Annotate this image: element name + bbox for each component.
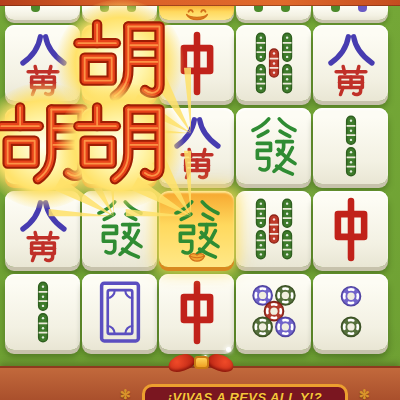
tile-glyph-2sou [322,111,380,181]
tile-r0-c4-edge[interactable] [313,5,388,22]
tile-r4-c4-2pin[interactable] [313,274,388,354]
tile-glyph-8man [14,28,72,98]
tile-glyph-haku [91,277,149,347]
tile-glyph-5sou [245,28,303,98]
tile-glyph-5pin [245,277,303,347]
tile-glyph-8man [168,111,226,181]
smiley-mouth-icon [187,251,206,263]
top-bar-edge [0,0,400,6]
tile-r4-c2-zhong[interactable] [159,274,234,354]
tile-face [236,5,311,20]
tile-r0-c3-edge[interactable] [236,5,311,22]
tile-glyph-zhong [322,194,380,264]
tile-glyph-8man [322,28,380,98]
tile-r3-c0-8man[interactable] [5,191,80,271]
promo-banner: ¡VIVAS A REVS ALL Y!? [142,384,348,400]
tile-r2-c1-hu[interactable] [82,108,157,188]
tile-face [82,5,157,20]
smiley-face-icon [181,7,213,24]
ribbon-bow-decoration [168,352,234,374]
tile-r4-c1-haku[interactable] [82,274,157,354]
tile-r3-c4-zhong[interactable] [313,191,388,271]
tile-r3-c1-fa[interactable] [82,191,157,271]
tile-glyph-fa [91,194,149,264]
tile-r2-c0-hu[interactable] [5,108,80,188]
bow-right-loop [205,352,235,375]
tile-r2-c4-2sou[interactable] [313,108,388,188]
tile-r3-c2-fa-gold[interactable] [159,191,234,271]
tile-glyph-zhong [168,277,226,347]
tile-glyph-2sou [14,277,72,347]
cutoff-glyph-fragment [31,6,40,12]
mahjong-game-screen: { "game": "mahjong-solitaire-triple-matc… [0,0,400,400]
tile-r4-c0-2sou[interactable] [5,274,80,354]
bow-left-loop [166,352,196,375]
tile-r1-c3-5sou[interactable] [236,25,311,105]
mahjong-board [5,5,388,354]
tile-r1-c4-8man[interactable] [313,25,388,105]
tile-r1-c2-zhong[interactable] [159,25,234,105]
flourish-icon: ✻ [120,387,131,400]
tile-r4-c3-5pin[interactable] [236,274,311,354]
tile-glyph-zhong [168,28,226,98]
tile-r2-c2-8man[interactable] [159,108,234,188]
tile-r1-c1-hu[interactable] [82,25,157,105]
flourish-icon: ✻ [359,387,370,400]
tile-r3-c3-5sou[interactable] [236,191,311,271]
tile-face [5,108,80,184]
tile-face [313,5,388,20]
tile-r0-c1-edge[interactable] [82,5,157,22]
tile-face [82,108,157,184]
tile-r2-c3-fa[interactable] [236,108,311,188]
tile-r1-c0-8man[interactable] [5,25,80,105]
tile-glyph-2pin [322,277,380,347]
tile-face [82,25,157,101]
tile-glyph-8man [14,194,72,264]
bow-knot [194,356,209,369]
tile-glyph-5sou [245,194,303,264]
tile-face [5,5,80,20]
tile-r0-c0-edge[interactable] [5,5,80,22]
tile-r0-c2-edge-gold[interactable] [159,5,234,22]
promo-text: ¡VIVAS A REVS ALL Y!? [168,390,322,400]
tile-glyph-fa [245,111,303,181]
